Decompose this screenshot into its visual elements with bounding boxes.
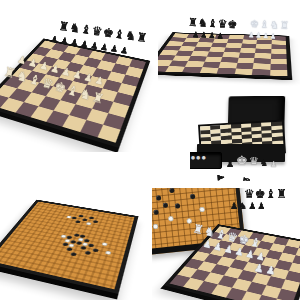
clear-piece-group: ♚♝♞♜ — [250, 19, 290, 31]
white-stone — [186, 218, 191, 223]
black-stone — [156, 195, 161, 200]
photo-go-board — [0, 152, 162, 300]
black-back-cluster: ♛♚♝♜ — [244, 188, 287, 200]
white-stone — [168, 216, 173, 221]
chess-board-grid — [158, 32, 292, 78]
photo-folding-case: ● ● ●♟♚♛♞♟♟♝ — [190, 96, 300, 197]
board-square — [252, 69, 270, 76]
chess-board-grid — [0, 38, 150, 148]
photo-go-corner-and-chess: ♛♚♝♜♟♞♟♟♜♞♝♛♚♝♟♟♟♟♟♟♟♟ — [152, 188, 300, 300]
lying-black-bishop: ♝ — [241, 175, 251, 185]
board-square — [234, 68, 253, 75]
board-square — [217, 68, 236, 75]
black-piece-group: ♜♞♝♛♚ — [188, 17, 238, 31]
lying-black-pawn: ♟ — [215, 173, 225, 182]
black-stone — [190, 194, 195, 199]
product-collage: ♜♞♝♛♚♝♞♜♟♟♟♟♟♟♟♟♟♟♟♟♟♟♟♟♜♞♝♛♚♝♞♜ ♜♞♝♛♚♟♟… — [0, 0, 300, 300]
black-stone — [175, 203, 180, 208]
photo-chess-angled: ♜♞♝♛♚♝♞♜♟♟♟♟♟♟♟♟♟♟♟♟♟♟♟♟♜♞♝♛♚♝♞♜ — [0, 0, 158, 152]
black-back-row: ♜♞♝♛♚♝♞♜ — [58, 20, 149, 44]
go-intersection — [107, 283, 116, 290]
go-board-grid — [0, 200, 139, 294]
white-stone — [199, 207, 204, 212]
front-silver-pawn: ♟ — [270, 161, 277, 169]
white-stone — [153, 224, 158, 229]
photo-chess-side: ♜♞♝♛♚♟♟♟♟♚♝♞♜♟♟♟♟ — [158, 2, 300, 95]
black-stone — [169, 188, 174, 193]
board-square — [270, 69, 288, 76]
black-stone — [163, 203, 168, 208]
storage-drawer — [190, 152, 222, 169]
black-stone — [153, 210, 158, 215]
